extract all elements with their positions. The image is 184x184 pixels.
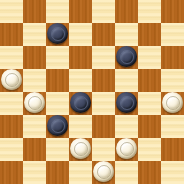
square-b5[interactable] [23, 69, 46, 92]
square-f6[interactable] [115, 46, 138, 69]
square-f4[interactable] [115, 92, 138, 115]
square-g4[interactable] [138, 92, 161, 115]
square-f1[interactable] [115, 161, 138, 184]
square-c4[interactable] [46, 92, 69, 115]
square-e4[interactable] [92, 92, 115, 115]
square-h1[interactable] [161, 161, 184, 184]
white-man-d2[interactable] [70, 138, 91, 159]
square-e1[interactable] [92, 161, 115, 184]
square-c6[interactable] [46, 46, 69, 69]
square-a5[interactable] [0, 69, 23, 92]
square-d5[interactable] [69, 69, 92, 92]
square-e3[interactable] [92, 115, 115, 138]
square-e2[interactable] [92, 138, 115, 161]
square-d3[interactable] [69, 115, 92, 138]
square-d4[interactable] [69, 92, 92, 115]
square-b7[interactable] [23, 23, 46, 46]
black-man-d4[interactable] [70, 92, 91, 113]
square-h3[interactable] [161, 115, 184, 138]
square-h5[interactable] [161, 69, 184, 92]
square-g8[interactable] [138, 0, 161, 23]
black-man-f4[interactable] [116, 92, 137, 113]
square-g3[interactable] [138, 115, 161, 138]
square-d6[interactable] [69, 46, 92, 69]
square-c2[interactable] [46, 138, 69, 161]
square-e8[interactable] [92, 0, 115, 23]
square-a3[interactable] [0, 115, 23, 138]
white-man-b4[interactable] [24, 92, 45, 113]
white-man-e1[interactable] [93, 161, 114, 182]
square-g2[interactable] [138, 138, 161, 161]
square-a2[interactable] [0, 138, 23, 161]
square-c7[interactable] [46, 23, 69, 46]
square-c1[interactable] [46, 161, 69, 184]
square-b8[interactable] [23, 0, 46, 23]
square-e5[interactable] [92, 69, 115, 92]
square-c3[interactable] [46, 115, 69, 138]
square-h4[interactable] [161, 92, 184, 115]
square-g7[interactable] [138, 23, 161, 46]
square-f3[interactable] [115, 115, 138, 138]
square-a7[interactable] [0, 23, 23, 46]
white-man-f2[interactable] [116, 138, 137, 159]
square-f8[interactable] [115, 0, 138, 23]
square-a4[interactable] [0, 92, 23, 115]
square-h2[interactable] [161, 138, 184, 161]
square-c8[interactable] [46, 0, 69, 23]
black-man-f6[interactable] [116, 46, 137, 67]
square-h8[interactable] [161, 0, 184, 23]
square-g6[interactable] [138, 46, 161, 69]
square-c5[interactable] [46, 69, 69, 92]
square-a8[interactable] [0, 0, 23, 23]
square-d8[interactable] [69, 0, 92, 23]
square-d1[interactable] [69, 161, 92, 184]
square-a1[interactable] [0, 161, 23, 184]
square-b1[interactable] [23, 161, 46, 184]
square-d7[interactable] [69, 23, 92, 46]
square-d2[interactable] [69, 138, 92, 161]
black-man-c7[interactable] [47, 23, 68, 44]
square-f5[interactable] [115, 69, 138, 92]
square-f7[interactable] [115, 23, 138, 46]
square-g5[interactable] [138, 69, 161, 92]
square-e7[interactable] [92, 23, 115, 46]
square-a6[interactable] [0, 46, 23, 69]
square-e6[interactable] [92, 46, 115, 69]
square-b4[interactable] [23, 92, 46, 115]
square-g1[interactable] [138, 161, 161, 184]
square-h6[interactable] [161, 46, 184, 69]
square-b6[interactable] [23, 46, 46, 69]
square-f2[interactable] [115, 138, 138, 161]
square-b2[interactable] [23, 138, 46, 161]
black-man-c3[interactable] [47, 115, 68, 136]
white-man-a5[interactable] [1, 69, 22, 90]
square-h7[interactable] [161, 23, 184, 46]
square-b3[interactable] [23, 115, 46, 138]
white-man-h4[interactable] [162, 92, 183, 113]
checkers-board [0, 0, 184, 184]
